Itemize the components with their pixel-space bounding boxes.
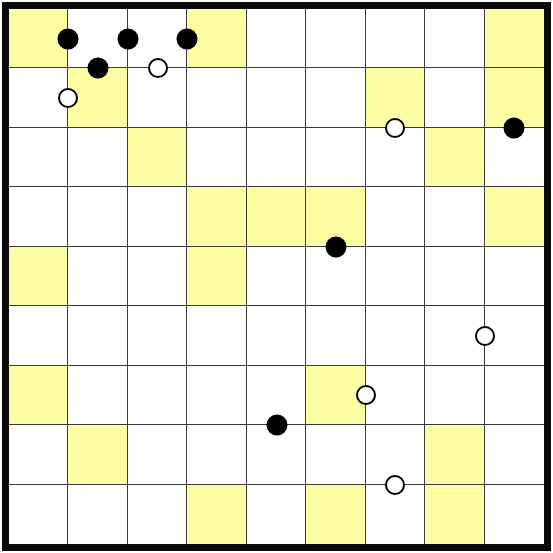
cell-r2c5[interactable] [247,68,306,127]
cell-r8c7[interactable] [366,425,425,484]
cell-r3c6[interactable] [306,128,365,187]
cell-r6c4[interactable] [187,306,246,365]
cell-r9c5[interactable] [247,485,306,544]
board-grid [9,9,544,544]
cell-r7c5[interactable] [247,366,306,425]
cell-r1c9-shaded[interactable] [485,9,544,68]
cell-r9c4-shaded[interactable] [187,485,246,544]
cell-r9c6-shaded[interactable] [306,485,365,544]
cell-r9c1[interactable] [9,485,68,544]
cell-r4c3[interactable] [128,187,187,246]
cell-r7c8[interactable] [425,366,484,425]
cell-r4c8[interactable] [425,187,484,246]
cell-r5c4-shaded[interactable] [187,247,246,306]
cell-r5c3[interactable] [128,247,187,306]
cell-r8c1[interactable] [9,425,68,484]
cell-r6c2[interactable] [68,306,127,365]
cell-r9c2[interactable] [68,485,127,544]
cell-r6c3[interactable] [128,306,187,365]
cell-r2c4[interactable] [187,68,246,127]
cell-r7c9[interactable] [485,366,544,425]
cell-r5c7[interactable] [366,247,425,306]
cell-r4c7[interactable] [366,187,425,246]
cell-r3c1[interactable] [9,128,68,187]
cell-r1c7[interactable] [366,9,425,68]
cell-r1c5[interactable] [247,9,306,68]
cell-r9c8-shaded[interactable] [425,485,484,544]
cell-r1c3[interactable] [128,9,187,68]
cell-r8c8-shaded[interactable] [425,425,484,484]
cell-r3c8-shaded[interactable] [425,128,484,187]
cell-r1c8[interactable] [425,9,484,68]
cell-r7c2[interactable] [68,366,127,425]
cell-r3c7[interactable] [366,128,425,187]
cell-r4c1[interactable] [9,187,68,246]
cell-r1c2[interactable] [68,9,127,68]
cell-r1c1-shaded[interactable] [9,9,68,68]
cell-r8c6[interactable] [306,425,365,484]
cell-r9c3[interactable] [128,485,187,544]
cell-r7c4[interactable] [187,366,246,425]
cell-r2c3[interactable] [128,68,187,127]
cell-r7c3[interactable] [128,366,187,425]
cell-r6c1[interactable] [9,306,68,365]
cell-r2c2-shaded[interactable] [68,68,127,127]
cell-r2c9-shaded[interactable] [485,68,544,127]
cell-r4c5-shaded[interactable] [247,187,306,246]
cell-r6c6[interactable] [306,306,365,365]
cell-r5c9[interactable] [485,247,544,306]
cell-r5c8[interactable] [425,247,484,306]
cell-r3c9[interactable] [485,128,544,187]
cell-r3c4[interactable] [187,128,246,187]
cell-r2c7-shaded[interactable] [366,68,425,127]
cell-r6c7[interactable] [366,306,425,365]
cell-r5c5[interactable] [247,247,306,306]
cell-r4c6-shaded[interactable] [306,187,365,246]
cell-r5c1-shaded[interactable] [9,247,68,306]
cell-r9c7[interactable] [366,485,425,544]
cell-r8c4[interactable] [187,425,246,484]
cell-r4c9-shaded[interactable] [485,187,544,246]
cell-r1c4-shaded[interactable] [187,9,246,68]
cell-r4c2[interactable] [68,187,127,246]
cell-r9c9[interactable] [485,485,544,544]
cell-r7c6-shaded[interactable] [306,366,365,425]
cell-r3c5[interactable] [247,128,306,187]
cell-r2c8[interactable] [425,68,484,127]
cell-r7c7[interactable] [366,366,425,425]
cell-r4c4-shaded[interactable] [187,187,246,246]
cell-r1c6[interactable] [306,9,365,68]
cell-r5c6[interactable] [306,247,365,306]
cell-r3c2[interactable] [68,128,127,187]
cell-r7c1-shaded[interactable] [9,366,68,425]
cell-r2c1[interactable] [9,68,68,127]
cell-r8c5[interactable] [247,425,306,484]
cell-r3c3-shaded[interactable] [128,128,187,187]
cell-r6c5[interactable] [247,306,306,365]
cell-r8c2-shaded[interactable] [68,425,127,484]
puzzle-board [2,2,551,551]
cell-r5c2[interactable] [68,247,127,306]
cell-r8c9[interactable] [485,425,544,484]
cell-r6c9[interactable] [485,306,544,365]
cell-r8c3[interactable] [128,425,187,484]
cell-r6c8[interactable] [425,306,484,365]
cell-r2c6[interactable] [306,68,365,127]
